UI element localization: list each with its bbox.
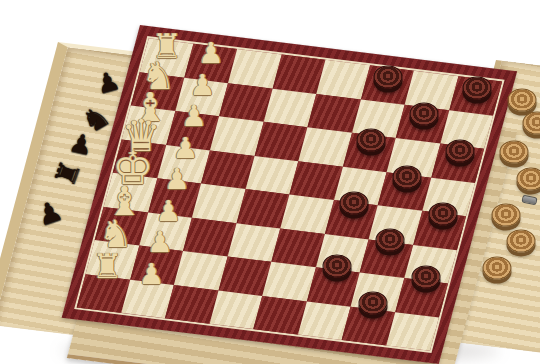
square-r7c7[interactable] [386, 312, 439, 351]
square-r3c7[interactable] [422, 177, 475, 216]
square-r5c7[interactable] [404, 244, 457, 283]
square-r1c7[interactable] [440, 110, 493, 149]
board-field [74, 36, 504, 353]
product-photo-stage: ♜♞♝♛♚♝♞♜♟♟♟♟♟♟♟♟♟♞♟♜♟ [0, 0, 540, 364]
square-r6c7[interactable] [395, 278, 448, 317]
square-r0c7[interactable] [449, 76, 502, 115]
square-r2c7[interactable] [431, 143, 484, 182]
chess-board [62, 25, 518, 364]
square-r4c7[interactable] [413, 211, 466, 250]
